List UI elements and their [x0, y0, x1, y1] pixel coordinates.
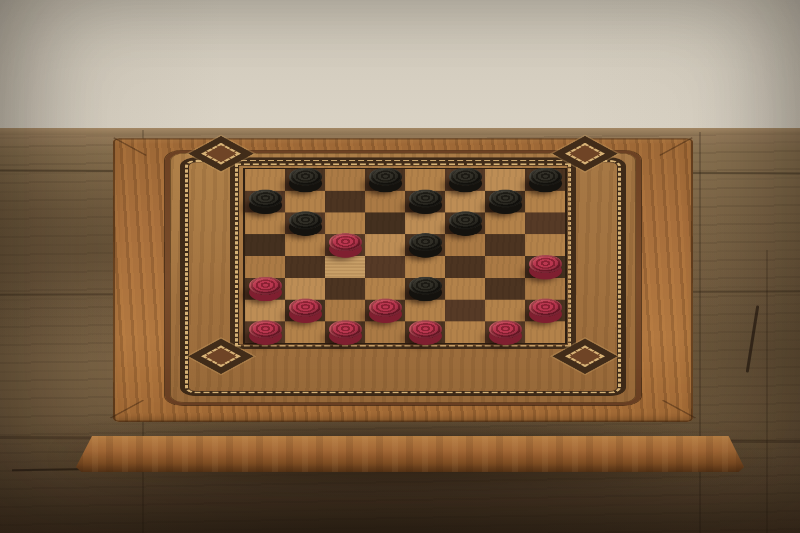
- square-f2[interactable]: [445, 300, 485, 322]
- square-b6[interactable]: [285, 212, 325, 234]
- square-d1[interactable]: [365, 321, 405, 343]
- square-c3[interactable]: [325, 278, 365, 300]
- red-checker-c5[interactable]: [329, 233, 362, 251]
- square-e4[interactable]: [405, 256, 445, 278]
- square-h6[interactable]: [525, 212, 565, 234]
- square-f3[interactable]: [445, 278, 485, 300]
- square-b1[interactable]: [285, 321, 325, 343]
- black-checker-e3[interactable]: [409, 277, 442, 295]
- red-checker-a3[interactable]: [249, 277, 282, 295]
- square-f6[interactable]: [445, 212, 485, 234]
- red-checker-h4[interactable]: [529, 255, 562, 273]
- checkers-grid: [243, 168, 567, 344]
- checkers-board: [113, 138, 693, 421]
- frame-miter-joint: [662, 400, 696, 418]
- square-f5[interactable]: [445, 234, 485, 256]
- square-b5[interactable]: [285, 234, 325, 256]
- corner-ribbon-motif: [188, 136, 253, 171]
- square-h1[interactable]: [525, 321, 565, 343]
- square-e2[interactable]: [405, 300, 445, 322]
- square-c6[interactable]: [325, 212, 365, 234]
- square-b2[interactable]: [285, 300, 325, 322]
- square-b3[interactable]: [285, 278, 325, 300]
- square-h2[interactable]: [525, 300, 565, 322]
- square-g5[interactable]: [485, 234, 525, 256]
- square-a4[interactable]: [245, 256, 285, 278]
- square-d6[interactable]: [365, 212, 405, 234]
- square-g3[interactable]: [485, 278, 525, 300]
- square-f4[interactable]: [445, 256, 485, 278]
- square-c1[interactable]: [325, 321, 365, 343]
- square-a3[interactable]: [245, 278, 285, 300]
- square-c4[interactable]: [325, 256, 365, 278]
- square-h5[interactable]: [525, 234, 565, 256]
- square-c2[interactable]: [325, 300, 365, 322]
- square-g1[interactable]: [485, 321, 525, 343]
- red-checker-g1[interactable]: [489, 320, 522, 338]
- square-a5[interactable]: [245, 234, 285, 256]
- board-scene: [0, 0, 800, 533]
- red-checker-e1[interactable]: [409, 320, 442, 338]
- corner-ribbon-motif: [552, 136, 617, 171]
- square-a2[interactable]: [245, 300, 285, 322]
- frame-miter-joint: [113, 137, 147, 155]
- red-checker-d2[interactable]: [369, 299, 402, 317]
- frame-miter-joint: [659, 137, 693, 155]
- square-d5[interactable]: [365, 234, 405, 256]
- red-checker-a1[interactable]: [249, 320, 282, 338]
- square-f1[interactable]: [445, 321, 485, 343]
- square-h4[interactable]: [525, 256, 565, 278]
- red-checker-h2[interactable]: [529, 299, 562, 317]
- square-a6[interactable]: [245, 212, 285, 234]
- red-checker-c1[interactable]: [329, 320, 362, 338]
- square-e1[interactable]: [405, 321, 445, 343]
- red-checker-b2[interactable]: [289, 299, 322, 317]
- square-g2[interactable]: [485, 300, 525, 322]
- photograph: [0, 0, 800, 533]
- frame-miter-joint: [110, 400, 144, 418]
- square-d4[interactable]: [365, 256, 405, 278]
- square-e6[interactable]: [405, 212, 445, 234]
- square-h3[interactable]: [525, 278, 565, 300]
- square-c5[interactable]: [325, 234, 365, 256]
- square-d2[interactable]: [365, 300, 405, 322]
- square-b4[interactable]: [285, 256, 325, 278]
- square-e5[interactable]: [405, 234, 445, 256]
- black-checker-e5[interactable]: [409, 233, 442, 251]
- square-g4[interactable]: [485, 256, 525, 278]
- square-d3[interactable]: [365, 278, 405, 300]
- square-e3[interactable]: [405, 278, 445, 300]
